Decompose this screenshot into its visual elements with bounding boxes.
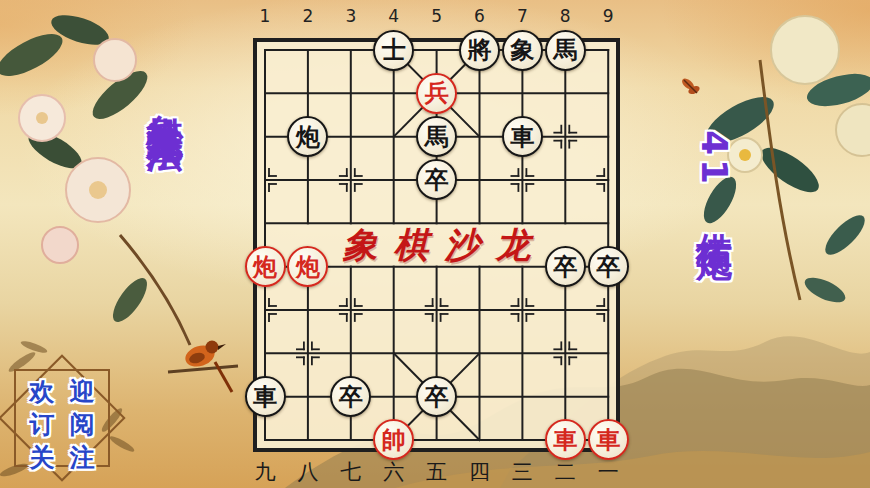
board-point: 車 xyxy=(501,115,544,158)
board-point: 車 xyxy=(244,375,287,418)
bottom-coordinate-label: 二 xyxy=(555,458,576,486)
top-coordinate-label: 6 xyxy=(474,6,485,26)
piece-black-horse[interactable]: 馬 xyxy=(545,30,586,71)
piece-red-chariot[interactable]: 車 xyxy=(588,419,629,460)
video-frame: 象棋沙龙 1 2 3 4 5 6 7 8 9 九 八 七 六 五 四 三 二 一… xyxy=(0,0,870,488)
bottom-coordinate-label: 六 xyxy=(383,458,404,486)
piece-black-general[interactable]: 將 xyxy=(459,30,500,71)
board-point: 卒 xyxy=(415,158,458,201)
piece-red-cannon[interactable]: 炮 xyxy=(245,246,286,287)
piece-black-soldier[interactable]: 卒 xyxy=(545,246,586,287)
subscribe-badge: 欢 迎 订 阅 关 注 xyxy=(14,369,110,467)
badge-char: 阅 xyxy=(70,408,95,441)
top-coordinate-label: 9 xyxy=(603,6,614,26)
bottom-coordinate-label: 四 xyxy=(469,458,490,486)
piece-black-soldier[interactable]: 卒 xyxy=(416,376,457,417)
piece-black-elephant[interactable]: 象 xyxy=(502,30,543,71)
board-point: 車 xyxy=(587,418,630,461)
board-point: 炮 xyxy=(286,245,329,288)
bottom-coordinate-label: 一 xyxy=(598,458,619,486)
badge-char: 迎 xyxy=(70,375,95,408)
board-point: 卒 xyxy=(415,375,458,418)
piece-red-general[interactable]: 帥 xyxy=(373,419,414,460)
piece-black-horse[interactable]: 馬 xyxy=(416,116,457,157)
decor-bird xyxy=(168,341,238,393)
board-point: 炮 xyxy=(286,115,329,158)
piece-red-soldier[interactable]: 兵 xyxy=(416,73,457,114)
series-title-vertical: 象棋沙龙基本杀法 xyxy=(139,85,189,109)
episode-title-vertical: 41 借车使炮 xyxy=(689,130,738,221)
top-coordinate-label: 4 xyxy=(388,6,399,26)
top-coordinate-label: 2 xyxy=(302,6,313,26)
xiangqi-board: 象棋沙龙 1 2 3 4 5 6 7 8 9 九 八 七 六 五 四 三 二 一… xyxy=(253,38,620,452)
badge-char: 订 xyxy=(30,408,55,441)
piece-black-soldier[interactable]: 卒 xyxy=(416,159,457,200)
bottom-coordinate-label: 八 xyxy=(297,458,318,486)
piece-black-cannon[interactable]: 炮 xyxy=(287,116,328,157)
board-point: 馬 xyxy=(415,115,458,158)
piece-red-chariot[interactable]: 車 xyxy=(545,419,586,460)
board-point: 炮 xyxy=(244,245,287,288)
piece-black-soldier[interactable]: 卒 xyxy=(588,246,629,287)
top-coordinate-label: 7 xyxy=(517,6,528,26)
top-coordinate-label: 1 xyxy=(260,6,271,26)
board-point: 卒 xyxy=(587,245,630,288)
piece-black-chariot[interactable]: 車 xyxy=(245,376,286,417)
bottom-coordinates: 九 八 七 六 五 四 三 二 一 xyxy=(244,458,630,486)
board-point: 象 xyxy=(501,28,544,71)
board-point: 馬 xyxy=(544,28,587,71)
board-point: 將 xyxy=(458,28,501,71)
decor-butterfly xyxy=(680,76,701,95)
badge-text: 欢 迎 订 阅 关 注 xyxy=(22,375,102,461)
top-coordinates: 1 2 3 4 5 6 7 8 9 xyxy=(244,2,630,30)
bottom-coordinate-label: 三 xyxy=(512,458,533,486)
piece-black-chariot[interactable]: 車 xyxy=(502,116,543,157)
decor-flowers-top-left xyxy=(0,9,190,345)
top-coordinate-label: 3 xyxy=(345,6,356,26)
board-point: 卒 xyxy=(329,375,372,418)
board-point: 帥 xyxy=(372,418,415,461)
badge-char: 注 xyxy=(70,441,95,474)
bottom-coordinate-label: 五 xyxy=(426,458,447,486)
top-coordinate-label: 8 xyxy=(560,6,571,26)
piece-black-soldier[interactable]: 卒 xyxy=(330,376,371,417)
badge-char: 关 xyxy=(30,441,55,474)
top-coordinate-label: 5 xyxy=(431,6,442,26)
piece-red-cannon[interactable]: 炮 xyxy=(287,246,328,287)
bottom-coordinate-label: 七 xyxy=(340,458,361,486)
badge-char: 欢 xyxy=(30,375,55,408)
board-point: 兵 xyxy=(415,72,458,115)
board-point: 車 xyxy=(544,418,587,461)
board-point: 卒 xyxy=(544,245,587,288)
pieces-layer: 士將象馬兵炮馬車卒炮炮卒卒車卒卒帥車車 xyxy=(244,28,630,461)
bottom-coordinate-label: 九 xyxy=(255,458,276,486)
board-point: 士 xyxy=(372,28,415,71)
piece-black-advisor[interactable]: 士 xyxy=(373,30,414,71)
